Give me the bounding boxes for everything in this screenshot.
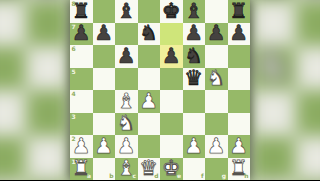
video-frame: ♜♝♚♝♜♟♟♞♟♟♟♟♟♞♛♞♝♟♞♟♟♟♟♟♟♜♝♛♚♜ ♜8♝♚♝♜♟7♟… — [0, 0, 320, 180]
square-b4[interactable] — [93, 90, 116, 113]
white-knight-g5[interactable]: ♞ — [207, 68, 226, 89]
square-e7[interactable] — [160, 23, 183, 46]
black-pawn-f7[interactable]: ♟ — [184, 23, 203, 44]
black-king-e8[interactable]: ♚ — [162, 0, 181, 21]
square-d8[interactable] — [138, 0, 161, 23]
square-f2[interactable]: ♟ — [183, 135, 206, 158]
square-d1[interactable]: ♛d — [138, 158, 161, 181]
file-label-a: a — [87, 173, 91, 179]
square-e3[interactable] — [160, 113, 183, 136]
square-g2[interactable]: ♟ — [205, 135, 228, 158]
file-label-f: f — [201, 173, 204, 179]
rank-label-5: 5 — [72, 69, 76, 75]
square-b6[interactable] — [93, 45, 116, 68]
square-d3[interactable] — [138, 113, 161, 136]
square-c1[interactable]: ♝c — [115, 158, 138, 181]
white-pawn-d4[interactable]: ♟ — [139, 90, 158, 111]
white-pawn-h2[interactable]: ♟ — [229, 135, 248, 156]
rank-label-1: 1 — [72, 159, 76, 165]
square-e4[interactable] — [160, 90, 183, 113]
square-a8[interactable]: ♜8 — [70, 0, 93, 23]
file-label-h: h — [244, 173, 248, 179]
black-bishop-c8[interactable]: ♝ — [117, 0, 136, 21]
square-e6[interactable]: ♟ — [160, 45, 183, 68]
black-knight-f6[interactable]: ♞ — [184, 45, 203, 66]
square-h2[interactable]: ♟ — [228, 135, 251, 158]
square-d5[interactable] — [138, 68, 161, 91]
file-label-g: g — [222, 173, 226, 179]
square-g1[interactable]: g — [205, 158, 228, 181]
square-b5[interactable] — [93, 68, 116, 91]
rank-label-4: 4 — [72, 91, 76, 97]
black-bishop-f8[interactable]: ♝ — [184, 0, 203, 21]
white-pawn-b2[interactable]: ♟ — [94, 135, 113, 156]
square-c5[interactable] — [115, 68, 138, 91]
black-pawn-h7[interactable]: ♟ — [229, 23, 248, 44]
square-g6[interactable] — [205, 45, 228, 68]
square-g7[interactable]: ♟ — [205, 23, 228, 46]
white-pawn-c2[interactable]: ♟ — [117, 135, 136, 156]
white-bishop-c4[interactable]: ♝ — [117, 90, 136, 111]
square-e8[interactable]: ♚ — [160, 0, 183, 23]
file-label-c: c — [132, 173, 136, 179]
square-c4[interactable]: ♝ — [115, 90, 138, 113]
square-f7[interactable]: ♟ — [183, 23, 206, 46]
square-e1[interactable]: ♚e — [160, 158, 183, 181]
square-c2[interactable]: ♟ — [115, 135, 138, 158]
black-pawn-g7[interactable]: ♟ — [207, 23, 226, 44]
square-a2[interactable]: ♟2 — [70, 135, 93, 158]
square-c7[interactable] — [115, 23, 138, 46]
square-a5[interactable]: 5 — [70, 68, 93, 91]
square-h4[interactable] — [228, 90, 251, 113]
square-b8[interactable] — [93, 0, 116, 23]
square-h1[interactable]: ♜h — [228, 158, 251, 181]
rank-label-2: 2 — [72, 136, 76, 142]
square-c3[interactable]: ♞ — [115, 113, 138, 136]
white-knight-c3[interactable]: ♞ — [117, 113, 136, 134]
file-label-e: e — [177, 173, 181, 179]
square-b2[interactable]: ♟ — [93, 135, 116, 158]
square-c8[interactable]: ♝ — [115, 0, 138, 23]
square-f1[interactable]: f — [183, 158, 206, 181]
square-h8[interactable]: ♜ — [228, 0, 251, 23]
black-queen-f5[interactable]: ♛ — [184, 68, 203, 89]
square-d7[interactable]: ♞ — [138, 23, 161, 46]
square-d4[interactable]: ♟ — [138, 90, 161, 113]
chess-board[interactable]: ♜8♝♚♝♜♟7♟♞♟♟♟6♟♟♞5♛♞4♝♟3♞♟2♟♟♟♟♟♜1ab♝c♛d… — [70, 0, 250, 180]
file-label-d: d — [154, 173, 158, 179]
square-d6[interactable] — [138, 45, 161, 68]
square-f4[interactable] — [183, 90, 206, 113]
file-label-b: b — [109, 173, 113, 179]
square-c6[interactable]: ♟ — [115, 45, 138, 68]
square-f3[interactable] — [183, 113, 206, 136]
black-knight-d7[interactable]: ♞ — [139, 23, 158, 44]
square-h6[interactable] — [228, 45, 251, 68]
square-f6[interactable]: ♞ — [183, 45, 206, 68]
square-h5[interactable] — [228, 68, 251, 91]
square-a7[interactable]: ♟7 — [70, 23, 93, 46]
rank-label-3: 3 — [72, 114, 76, 120]
square-f5[interactable]: ♛ — [183, 68, 206, 91]
black-pawn-b7[interactable]: ♟ — [94, 23, 113, 44]
square-a4[interactable]: 4 — [70, 90, 93, 113]
square-d2[interactable] — [138, 135, 161, 158]
square-b7[interactable]: ♟ — [93, 23, 116, 46]
black-pawn-e6[interactable]: ♟ — [162, 45, 181, 66]
square-b3[interactable] — [93, 113, 116, 136]
square-e2[interactable] — [160, 135, 183, 158]
square-g5[interactable]: ♞ — [205, 68, 228, 91]
square-g8[interactable] — [205, 0, 228, 23]
white-pawn-f2[interactable]: ♟ — [184, 135, 203, 156]
square-e5[interactable] — [160, 68, 183, 91]
white-pawn-g2[interactable]: ♟ — [207, 135, 226, 156]
square-b1[interactable]: b — [93, 158, 116, 181]
square-g3[interactable] — [205, 113, 228, 136]
rank-label-7: 7 — [72, 24, 76, 30]
square-a6[interactable]: 6 — [70, 45, 93, 68]
rank-label-6: 6 — [72, 46, 76, 52]
square-g4[interactable] — [205, 90, 228, 113]
square-a3[interactable]: 3 — [70, 113, 93, 136]
square-h3[interactable] — [228, 113, 251, 136]
black-rook-h8[interactable]: ♜ — [229, 0, 248, 21]
square-f8[interactable]: ♝ — [183, 0, 206, 23]
black-pawn-c6[interactable]: ♟ — [117, 45, 136, 66]
square-a1[interactable]: ♜1a — [70, 158, 93, 181]
square-h7[interactable]: ♟ — [228, 23, 251, 46]
rank-label-8: 8 — [72, 1, 76, 7]
